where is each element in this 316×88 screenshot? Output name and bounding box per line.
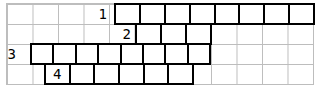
slot-cell[interactable] — [69, 65, 94, 83]
slot-cell[interactable] — [189, 5, 214, 23]
slot-cell[interactable] — [32, 45, 52, 63]
word-slot-3 — [30, 43, 211, 65]
slot-cell[interactable] — [167, 65, 192, 83]
word-number-3: 3 — [2, 43, 16, 65]
word-number-1: 1 — [93, 3, 107, 25]
slot-cell[interactable] — [187, 45, 209, 63]
slot-cell[interactable] — [288, 5, 313, 23]
slot-cell[interactable] — [185, 25, 210, 43]
slot-cell[interactable] — [164, 45, 186, 63]
puzzle-canvas: 1234 — [0, 0, 316, 88]
slot-cell[interactable] — [238, 5, 263, 23]
slot-cell[interactable] — [93, 65, 118, 83]
word-slot-1 — [114, 3, 315, 25]
word-number-2: 2 — [117, 23, 131, 45]
slot-cell[interactable] — [160, 25, 185, 43]
slot-cell[interactable] — [143, 65, 168, 83]
slot-cell[interactable] — [142, 45, 164, 63]
word-slot-4: 4 — [44, 63, 194, 85]
slot-cell[interactable] — [75, 45, 97, 63]
slot-cell[interactable] — [164, 5, 189, 23]
slot-cell[interactable] — [97, 45, 119, 63]
slot-cell[interactable] — [139, 5, 164, 23]
slot-cell[interactable] — [118, 65, 143, 83]
slot-cell[interactable] — [120, 45, 142, 63]
slot-cell[interactable] — [116, 5, 139, 23]
word-number-4: 4 — [53, 67, 61, 81]
slot-cell[interactable] — [52, 45, 74, 63]
slot-cell[interactable] — [137, 25, 160, 43]
slot-cell[interactable]: 4 — [46, 65, 69, 83]
slot-cell[interactable] — [263, 5, 288, 23]
slot-cell[interactable] — [214, 5, 239, 23]
word-slot-2 — [135, 23, 212, 45]
